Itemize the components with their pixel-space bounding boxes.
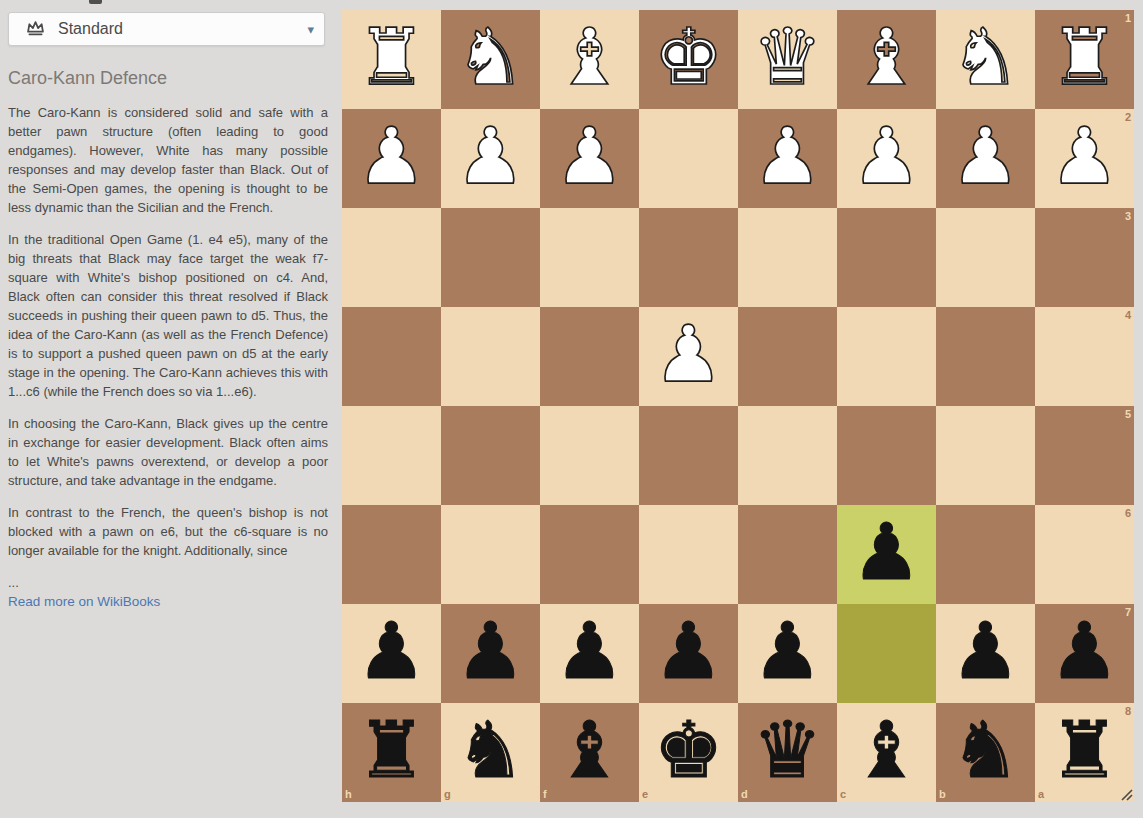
- square-e6[interactable]: [639, 505, 738, 604]
- white-rook[interactable]: ♜: [1035, 10, 1134, 109]
- black-bishop[interactable]: ♝: [837, 703, 936, 802]
- page: Standard ▾ Caro-Kann Defence The Caro-Ka…: [0, 0, 1143, 818]
- square-e5[interactable]: [639, 406, 738, 505]
- rank-label-2: 2: [1125, 112, 1131, 123]
- variant-select-label: Standard: [58, 20, 123, 38]
- square-c2[interactable]: ♟: [837, 109, 936, 208]
- square-a6[interactable]: 6: [1035, 505, 1134, 604]
- square-d4[interactable]: [738, 307, 837, 406]
- opening-paragraph: In contrast to the French, the queen's b…: [8, 503, 328, 560]
- square-c4[interactable]: [837, 307, 936, 406]
- square-g3[interactable]: [441, 208, 540, 307]
- black-king[interactable]: ♚: [639, 703, 738, 802]
- white-king[interactable]: ♚: [639, 10, 738, 109]
- square-b8[interactable]: ♞b: [936, 703, 1035, 802]
- chess-board[interactable]: ♜♞♝♚♛♝♞♜1♟♟♟♟♟♟♟23♟45♟6♟♟♟♟♟♟♟7♜h♞g♝f♚e♛…: [342, 10, 1134, 802]
- square-a5[interactable]: 5: [1035, 406, 1134, 505]
- read-more-link[interactable]: Read more on WikiBooks: [8, 594, 160, 609]
- square-e3[interactable]: [639, 208, 738, 307]
- opening-paragraph: In the traditional Open Game (1. e4 e5),…: [8, 230, 328, 401]
- square-g2[interactable]: ♟: [441, 109, 540, 208]
- square-f2[interactable]: ♟: [540, 109, 639, 208]
- square-a1[interactable]: ♜1: [1035, 10, 1134, 109]
- square-b3[interactable]: [936, 208, 1035, 307]
- square-d6[interactable]: [738, 505, 837, 604]
- white-knight[interactable]: ♞: [936, 10, 1035, 109]
- square-a7[interactable]: ♟7: [1035, 604, 1134, 703]
- square-g4[interactable]: [441, 307, 540, 406]
- opening-title: Caro-Kann Defence: [8, 68, 328, 89]
- square-d2[interactable]: ♟: [738, 109, 837, 208]
- opening-paragraph: The Caro-Kann is considered solid and sa…: [8, 103, 328, 217]
- square-d8[interactable]: ♛d: [738, 703, 837, 802]
- black-pawn[interactable]: ♟: [738, 604, 837, 703]
- black-pawn[interactable]: ♟: [936, 604, 1035, 703]
- square-b4[interactable]: [936, 307, 1035, 406]
- square-e8[interactable]: ♚e: [639, 703, 738, 802]
- square-g1[interactable]: ♞: [441, 10, 540, 109]
- white-rook[interactable]: ♜: [342, 10, 441, 109]
- rank-label-5: 5: [1125, 409, 1131, 420]
- rank-label-3: 3: [1125, 211, 1131, 222]
- square-h4[interactable]: [342, 307, 441, 406]
- white-bishop[interactable]: ♝: [837, 10, 936, 109]
- square-h2[interactable]: ♟: [342, 109, 441, 208]
- white-bishop[interactable]: ♝: [540, 10, 639, 109]
- rank-label-1: 1: [1125, 13, 1131, 24]
- square-f8[interactable]: ♝f: [540, 703, 639, 802]
- square-g7[interactable]: ♟: [441, 604, 540, 703]
- square-f1[interactable]: ♝: [540, 10, 639, 109]
- white-pawn[interactable]: ♟: [837, 109, 936, 208]
- square-a3[interactable]: 3: [1035, 208, 1134, 307]
- square-d1[interactable]: ♛: [738, 10, 837, 109]
- file-label-e: e: [642, 789, 648, 800]
- square-c8[interactable]: ♝c: [837, 703, 936, 802]
- black-pawn[interactable]: ♟: [540, 604, 639, 703]
- variant-select[interactable]: Standard ▾: [8, 12, 325, 46]
- square-e2[interactable]: [639, 109, 738, 208]
- black-bishop[interactable]: ♝: [540, 703, 639, 802]
- black-pawn[interactable]: ♟: [1035, 604, 1134, 703]
- square-e4[interactable]: ♟: [639, 307, 738, 406]
- square-c6[interactable]: ♟: [837, 505, 936, 604]
- opening-paragraph: In choosing the Caro-Kann, Black gives u…: [8, 414, 328, 490]
- file-label-f: f: [543, 789, 547, 800]
- square-c1[interactable]: ♝: [837, 10, 936, 109]
- square-a4[interactable]: 4: [1035, 307, 1134, 406]
- truncation-ellipsis: ...: [8, 573, 328, 592]
- square-b2[interactable]: ♟: [936, 109, 1035, 208]
- file-label-g: g: [444, 789, 451, 800]
- file-label-h: h: [345, 789, 352, 800]
- square-h8[interactable]: ♜h: [342, 703, 441, 802]
- square-b7[interactable]: ♟: [936, 604, 1035, 703]
- square-b1[interactable]: ♞: [936, 10, 1035, 109]
- square-h1[interactable]: ♜: [342, 10, 441, 109]
- file-label-d: d: [741, 789, 748, 800]
- crown-icon: [25, 19, 46, 40]
- white-pawn[interactable]: ♟: [936, 109, 1035, 208]
- black-queen[interactable]: ♛: [738, 703, 837, 802]
- square-f4[interactable]: [540, 307, 639, 406]
- white-knight[interactable]: ♞: [441, 10, 540, 109]
- square-h3[interactable]: [342, 208, 441, 307]
- square-h6[interactable]: [342, 505, 441, 604]
- square-c5[interactable]: [837, 406, 936, 505]
- file-label-c: c: [840, 789, 846, 800]
- square-b5[interactable]: [936, 406, 1035, 505]
- square-g5[interactable]: [441, 406, 540, 505]
- square-h5[interactable]: [342, 406, 441, 505]
- top-edge-artifact: [89, 0, 102, 4]
- white-pawn[interactable]: ♟: [441, 109, 540, 208]
- square-c7[interactable]: [837, 604, 936, 703]
- black-knight[interactable]: ♞: [936, 703, 1035, 802]
- file-label-a: a: [1038, 789, 1044, 800]
- white-pawn[interactable]: ♟: [540, 109, 639, 208]
- square-d3[interactable]: [738, 208, 837, 307]
- square-f5[interactable]: [540, 406, 639, 505]
- square-b6[interactable]: [936, 505, 1035, 604]
- black-pawn[interactable]: ♟: [441, 604, 540, 703]
- square-h7[interactable]: ♟: [342, 604, 441, 703]
- square-f3[interactable]: [540, 208, 639, 307]
- square-a2[interactable]: ♟2: [1035, 109, 1134, 208]
- white-pawn[interactable]: ♟: [1035, 109, 1134, 208]
- sidebar: Standard ▾ Caro-Kann Defence The Caro-Ka…: [8, 12, 328, 610]
- square-d5[interactable]: [738, 406, 837, 505]
- square-g6[interactable]: [441, 505, 540, 604]
- white-pawn[interactable]: ♟: [639, 307, 738, 406]
- square-f7[interactable]: ♟: [540, 604, 639, 703]
- rank-label-8: 8: [1125, 706, 1131, 717]
- square-d7[interactable]: ♟: [738, 604, 837, 703]
- board-area: ♜♞♝♚♛♝♞♜1♟♟♟♟♟♟♟23♟45♟6♟♟♟♟♟♟♟7♜h♞g♝f♚e♛…: [342, 10, 1134, 802]
- square-e7[interactable]: ♟: [639, 604, 738, 703]
- chevron-down-icon: ▾: [307, 23, 314, 36]
- board-resize-handle[interactable]: [1119, 787, 1133, 801]
- rank-label-7: 7: [1125, 607, 1131, 618]
- white-pawn[interactable]: ♟: [738, 109, 837, 208]
- white-pawn[interactable]: ♟: [342, 109, 441, 208]
- black-pawn[interactable]: ♟: [837, 505, 936, 604]
- rank-label-4: 4: [1125, 310, 1131, 321]
- square-f6[interactable]: [540, 505, 639, 604]
- black-pawn[interactable]: ♟: [342, 604, 441, 703]
- black-pawn[interactable]: ♟: [639, 604, 738, 703]
- square-c3[interactable]: [837, 208, 936, 307]
- square-g8[interactable]: ♞g: [441, 703, 540, 802]
- file-label-b: b: [939, 789, 946, 800]
- square-e1[interactable]: ♚: [639, 10, 738, 109]
- white-queen[interactable]: ♛: [738, 10, 837, 109]
- black-knight[interactable]: ♞: [441, 703, 540, 802]
- rank-label-6: 6: [1125, 508, 1131, 519]
- black-rook[interactable]: ♜: [342, 703, 441, 802]
